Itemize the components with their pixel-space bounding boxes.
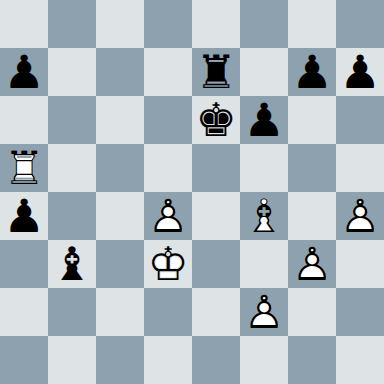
black-piece-solid-glyph: ♚ bbox=[192, 96, 240, 144]
square-g8[interactable] bbox=[288, 0, 336, 48]
square-g7[interactable]: ♟ bbox=[288, 48, 336, 96]
square-a6[interactable] bbox=[0, 96, 48, 144]
square-g6[interactable] bbox=[288, 96, 336, 144]
square-a7[interactable]: ♟ bbox=[0, 48, 48, 96]
square-e2[interactable] bbox=[192, 288, 240, 336]
square-c5[interactable] bbox=[96, 144, 144, 192]
white-pawn[interactable]: ♟♙ bbox=[288, 240, 336, 288]
square-b3[interactable]: ♝ bbox=[48, 240, 96, 288]
square-f3[interactable] bbox=[240, 240, 288, 288]
square-b5[interactable] bbox=[48, 144, 96, 192]
square-d3[interactable]: ♚♔ bbox=[144, 240, 192, 288]
black-piece-solid-glyph: ♟ bbox=[240, 96, 288, 144]
white-pawn[interactable]: ♟♙ bbox=[240, 288, 288, 336]
square-e4[interactable] bbox=[192, 192, 240, 240]
black-piece-solid-glyph: ♟ bbox=[0, 48, 48, 96]
square-h7[interactable]: ♟ bbox=[336, 48, 384, 96]
black-piece-solid-glyph: ♟ bbox=[336, 48, 384, 96]
black-king[interactable]: ♚ bbox=[192, 96, 240, 144]
black-pawn[interactable]: ♟ bbox=[0, 48, 48, 96]
square-b6[interactable] bbox=[48, 96, 96, 144]
square-c4[interactable] bbox=[96, 192, 144, 240]
square-b1[interactable] bbox=[48, 336, 96, 384]
white-piece-outline-glyph: ♙ bbox=[144, 192, 192, 240]
white-bishop[interactable]: ♝♗ bbox=[240, 192, 288, 240]
white-piece-outline-glyph: ♖ bbox=[0, 144, 48, 192]
square-b2[interactable] bbox=[48, 288, 96, 336]
black-pawn[interactable]: ♟ bbox=[288, 48, 336, 96]
chess-board: ♟♜♟♟♚♟♜♖♟♟♙♝♗♟♙♝♚♔♟♙♟♙ bbox=[0, 0, 384, 384]
square-d7[interactable] bbox=[144, 48, 192, 96]
square-b7[interactable] bbox=[48, 48, 96, 96]
black-piece-solid-glyph: ♝ bbox=[48, 240, 96, 288]
black-piece-solid-glyph: ♟ bbox=[288, 48, 336, 96]
square-a4[interactable]: ♟ bbox=[0, 192, 48, 240]
square-h4[interactable]: ♟♙ bbox=[336, 192, 384, 240]
square-f6[interactable]: ♟ bbox=[240, 96, 288, 144]
black-piece-solid-glyph: ♜ bbox=[192, 48, 240, 96]
white-piece-outline-glyph: ♙ bbox=[240, 288, 288, 336]
square-g2[interactable] bbox=[288, 288, 336, 336]
square-g4[interactable] bbox=[288, 192, 336, 240]
square-h8[interactable] bbox=[336, 0, 384, 48]
square-e1[interactable] bbox=[192, 336, 240, 384]
square-a1[interactable] bbox=[0, 336, 48, 384]
white-piece-outline-glyph: ♙ bbox=[288, 240, 336, 288]
square-a8[interactable] bbox=[0, 0, 48, 48]
black-pawn[interactable]: ♟ bbox=[240, 96, 288, 144]
square-e5[interactable] bbox=[192, 144, 240, 192]
white-pawn[interactable]: ♟♙ bbox=[336, 192, 384, 240]
square-e6[interactable]: ♚ bbox=[192, 96, 240, 144]
square-h3[interactable] bbox=[336, 240, 384, 288]
square-a5[interactable]: ♜♖ bbox=[0, 144, 48, 192]
square-e3[interactable] bbox=[192, 240, 240, 288]
black-pawn[interactable]: ♟ bbox=[0, 192, 48, 240]
white-piece-outline-glyph: ♙ bbox=[336, 192, 384, 240]
square-b8[interactable] bbox=[48, 0, 96, 48]
square-c7[interactable] bbox=[96, 48, 144, 96]
square-a2[interactable] bbox=[0, 288, 48, 336]
white-king[interactable]: ♚♔ bbox=[144, 240, 192, 288]
square-b4[interactable] bbox=[48, 192, 96, 240]
square-f2[interactable]: ♟♙ bbox=[240, 288, 288, 336]
square-f7[interactable] bbox=[240, 48, 288, 96]
square-d2[interactable] bbox=[144, 288, 192, 336]
square-f4[interactable]: ♝♗ bbox=[240, 192, 288, 240]
square-d1[interactable] bbox=[144, 336, 192, 384]
black-bishop[interactable]: ♝ bbox=[48, 240, 96, 288]
square-d6[interactable] bbox=[144, 96, 192, 144]
square-h6[interactable] bbox=[336, 96, 384, 144]
square-c3[interactable] bbox=[96, 240, 144, 288]
white-pawn[interactable]: ♟♙ bbox=[144, 192, 192, 240]
square-c2[interactable] bbox=[96, 288, 144, 336]
square-d4[interactable]: ♟♙ bbox=[144, 192, 192, 240]
square-d5[interactable] bbox=[144, 144, 192, 192]
square-c6[interactable] bbox=[96, 96, 144, 144]
square-f1[interactable] bbox=[240, 336, 288, 384]
white-rook[interactable]: ♜♖ bbox=[0, 144, 48, 192]
square-f5[interactable] bbox=[240, 144, 288, 192]
white-piece-outline-glyph: ♗ bbox=[240, 192, 288, 240]
square-c1[interactable] bbox=[96, 336, 144, 384]
square-e7[interactable]: ♜ bbox=[192, 48, 240, 96]
square-g3[interactable]: ♟♙ bbox=[288, 240, 336, 288]
square-e8[interactable] bbox=[192, 0, 240, 48]
square-c8[interactable] bbox=[96, 0, 144, 48]
square-f8[interactable] bbox=[240, 0, 288, 48]
black-rook[interactable]: ♜ bbox=[192, 48, 240, 96]
square-g5[interactable] bbox=[288, 144, 336, 192]
square-h2[interactable] bbox=[336, 288, 384, 336]
square-h5[interactable] bbox=[336, 144, 384, 192]
square-a3[interactable] bbox=[0, 240, 48, 288]
black-piece-solid-glyph: ♟ bbox=[0, 192, 48, 240]
square-g1[interactable] bbox=[288, 336, 336, 384]
black-pawn[interactable]: ♟ bbox=[336, 48, 384, 96]
square-d8[interactable] bbox=[144, 0, 192, 48]
square-h1[interactable] bbox=[336, 336, 384, 384]
white-piece-outline-glyph: ♔ bbox=[144, 240, 192, 288]
